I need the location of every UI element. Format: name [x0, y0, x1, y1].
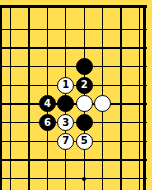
grid-horizontal-line — [0, 29, 147, 30]
grid-vertical-line — [10, 5, 11, 190]
stone-black-move-6: 6 — [39, 114, 56, 131]
grid-horizontal-line — [0, 66, 147, 67]
go-board[interactable]: 1246375 — [0, 0, 152, 190]
grid-vertical-line — [120, 5, 121, 190]
grid-horizontal-line — [0, 159, 147, 160]
move-number-label: 5 — [81, 136, 88, 146]
grid-vertical-line — [28, 5, 29, 190]
stone-white-move-1: 1 — [57, 77, 74, 94]
grid-horizontal-line — [0, 47, 147, 48]
stone-white — [76, 95, 93, 112]
move-number-label: 2 — [81, 80, 88, 90]
star-point — [82, 177, 86, 181]
move-number-label: 4 — [44, 99, 51, 109]
move-number-label: 3 — [62, 118, 69, 128]
stone-black-move-4: 4 — [39, 95, 56, 112]
board-left-edge — [0, 5, 2, 190]
board-right-edge — [143, 5, 146, 190]
move-number-label: 7 — [62, 136, 69, 146]
grid-horizontal-line — [0, 178, 147, 179]
stone-white-move-7: 7 — [57, 133, 74, 150]
stone-white-move-3: 3 — [57, 114, 74, 131]
move-number-label: 6 — [44, 118, 51, 128]
stone-black — [76, 58, 93, 75]
stone-black — [76, 114, 93, 131]
grid-vertical-line — [139, 5, 140, 190]
move-number-label: 1 — [62, 80, 69, 90]
stone-white-move-5: 5 — [76, 133, 93, 150]
stone-black — [57, 95, 74, 112]
stone-white — [94, 95, 111, 112]
stone-black-move-2: 2 — [76, 77, 93, 94]
board-top-edge — [0, 5, 147, 8]
